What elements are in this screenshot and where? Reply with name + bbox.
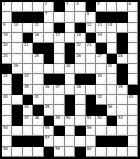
clue-number: 35 [24,85,29,89]
white-cell-r9c11[interactable] [117,95,127,105]
black-cell-r12c7 [75,126,85,136]
white-cell-r11c6[interactable]: 50 [65,116,75,126]
white-cell-r10c12[interactable] [128,105,138,115]
white-cell-r1c5[interactable] [54,12,64,22]
black-cell-r4c9 [96,43,106,53]
clue-number: 58 [3,147,8,151]
black-cell-r13c2 [23,136,33,146]
white-cell-r0c4[interactable]: 2 [44,2,54,12]
clue-number: 19 [97,33,102,37]
black-cell-r3c2 [23,33,33,43]
white-cell-r5c3[interactable]: 25 [33,54,43,64]
white-cell-r5c1[interactable] [12,54,22,64]
clue-number: 60 [87,147,92,151]
white-cell-r5c8[interactable] [86,54,96,64]
white-cell-r3c4[interactable] [44,33,54,43]
clue-number: 8 [87,12,89,16]
white-cell-r8c6[interactable] [65,85,75,95]
clue-number: 17 [55,33,60,37]
crossword-grid: 1234567891011121314151617181920212223242… [0,0,140,159]
white-cell-r14c3[interactable] [33,147,43,157]
black-cell-r7c7 [75,74,85,84]
white-cell-r11c7[interactable] [75,116,85,126]
black-cell-r5c4 [44,54,54,64]
white-cell-r13c12[interactable] [128,136,138,146]
clue-number: 48 [34,116,39,120]
clue-number: 21 [24,43,29,47]
clue-number: 40 [3,95,8,99]
white-cell-r5c9[interactable]: 27 [96,54,106,64]
white-cell-r6c10[interactable]: 31 [107,64,117,74]
white-cell-r3c9[interactable]: 19 [96,33,106,43]
black-cell-r1c10 [107,12,117,22]
white-cell-r3c7[interactable]: 18 [75,33,85,43]
black-cell-r10c9 [96,105,106,115]
black-cell-r6c0 [2,64,12,74]
white-cell-r2c0[interactable]: 9 [2,23,12,33]
white-cell-r5c12[interactable] [128,54,138,64]
clue-number: 25 [34,54,39,58]
white-cell-r2c6[interactable] [65,23,75,33]
white-cell-r2c10[interactable]: 14 [107,23,117,33]
white-cell-r1c0[interactable] [2,12,12,22]
white-cell-r8c2[interactable]: 35 [23,85,33,95]
black-cell-r5c6 [65,54,75,64]
white-cell-r8c11[interactable]: 39 [117,85,127,95]
black-cell-r4c6 [65,43,75,53]
black-cell-r0c8 [86,2,96,12]
clue-number: 28 [118,54,123,58]
white-cell-r12c8[interactable]: 56 [86,126,96,136]
white-cell-r6c12[interactable] [128,64,138,74]
black-cell-r7c5 [54,74,64,84]
clue-number: 24 [3,54,8,58]
black-cell-r3c8 [86,33,96,43]
white-cell-r5c7[interactable]: 26 [75,54,85,64]
white-cell-r13c8[interactable] [86,136,96,146]
black-cell-r1c11 [117,12,127,22]
clue-number: 2 [45,2,47,6]
white-cell-r2c4[interactable] [44,23,54,33]
clue-number: 33 [24,74,29,78]
white-cell-r8c4[interactable]: 36 [44,85,54,95]
black-cell-r13c1 [12,136,22,146]
white-cell-r11c3[interactable]: 48 [33,116,43,126]
white-cell-r8c5[interactable]: 37 [54,85,64,95]
white-cell-r9c4[interactable] [44,95,54,105]
black-cell-r13c10 [107,136,117,146]
black-cell-r1c3 [33,12,43,22]
clue-number: 18 [76,33,81,37]
white-cell-r8c10[interactable] [107,85,117,95]
white-cell-r10c4[interactable]: 45 [44,105,54,115]
black-cell-r3c11 [117,33,127,43]
white-cell-r14c1[interactable] [12,147,22,157]
white-cell-r3c3[interactable]: 16 [33,33,43,43]
black-cell-r6c11 [117,64,127,74]
white-cell-r0c6[interactable]: 3 [65,2,75,12]
white-cell-r0c1[interactable] [12,2,22,12]
clue-number: 47 [24,116,29,120]
clue-number: 10 [13,23,18,27]
white-cell-r0c0[interactable]: 1 [2,2,12,12]
white-cell-r11c0[interactable] [2,116,12,126]
clue-number: 36 [45,85,50,89]
white-cell-r11c5[interactable]: 49 [54,116,64,126]
white-cell-r6c3[interactable] [33,64,43,74]
clue-number: 37 [55,85,60,89]
white-cell-r10c5[interactable] [54,105,64,115]
clue-number: 39 [118,85,123,89]
clue-number: 53 [118,116,123,120]
clue-number: 23 [87,43,92,47]
clue-number: 4 [76,2,78,6]
clue-number: 6 [129,2,131,6]
white-cell-r4c0[interactable]: 20 [2,43,12,53]
black-cell-r9c6 [65,95,75,105]
clue-number: 59 [55,147,60,151]
white-cell-r14c10[interactable] [107,147,117,157]
clue-number: 31 [108,64,113,68]
white-cell-r6c6[interactable]: 30 [65,64,75,74]
clue-number: 29 [13,64,18,68]
white-cell-r1c12[interactable] [128,12,138,22]
black-cell-r4c3 [33,43,43,53]
white-cell-r5c11[interactable]: 28 [117,54,127,64]
black-cell-r9c8 [86,95,96,105]
white-cell-r1c8[interactable]: 8 [86,12,96,22]
clue-number: 13 [97,23,102,27]
clue-number: 45 [45,105,50,109]
clue-number: 1 [3,2,5,6]
clue-number: 41 [34,95,39,99]
clue-number: 55 [45,126,50,130]
clue-number: 32 [3,74,8,78]
clue-number: 56 [87,126,92,130]
white-cell-r4c12[interactable] [128,43,138,53]
black-cell-r13c3 [33,136,43,146]
white-cell-r12c0[interactable]: 54 [2,126,12,136]
white-cell-r2c11[interactable] [117,23,127,33]
white-cell-r12c2[interactable] [23,126,33,136]
white-cell-r9c10[interactable] [107,95,117,105]
white-cell-r8c9[interactable] [96,85,106,95]
white-cell-r9c0[interactable]: 40 [2,95,12,105]
white-cell-r11c9[interactable]: 52 [96,116,106,126]
white-cell-r0c11[interactable] [117,2,127,12]
clue-number: 54 [3,126,8,130]
white-cell-r1c6[interactable] [65,12,75,22]
white-cell-r6c7[interactable] [75,64,85,74]
white-cell-r3c5[interactable]: 17 [54,33,64,43]
clue-number: 11 [34,23,39,27]
clue-number: 15 [3,33,8,37]
white-cell-r7c3[interactable] [33,74,43,84]
black-cell-r7c1 [12,74,22,84]
white-cell-r3c6[interactable] [65,33,75,43]
white-cell-r14c12[interactable] [128,147,138,157]
white-cell-r8c7[interactable]: 38 [75,85,85,95]
white-cell-r0c9[interactable]: 5 [96,2,106,12]
white-cell-r6c1[interactable]: 29 [12,64,22,74]
black-cell-r10c1 [12,105,22,115]
white-cell-r12c4[interactable]: 55 [44,126,54,136]
white-cell-r11c11[interactable]: 53 [117,116,127,126]
white-cell-r3c1[interactable] [12,33,22,43]
white-cell-r3c0[interactable]: 15 [2,33,12,43]
white-cell-r7c10[interactable] [107,74,117,84]
white-cell-r9c7[interactable] [75,95,85,105]
white-cell-r5c5[interactable] [54,54,64,64]
white-cell-r4c2[interactable]: 21 [23,43,33,53]
clue-number: 14 [108,23,113,27]
black-cell-r11c4 [44,116,54,126]
white-cell-r8c8[interactable] [86,85,96,95]
white-cell-r0c10[interactable] [107,2,117,12]
white-cell-r4c10[interactable] [107,43,117,53]
white-cell-r0c12[interactable]: 6 [128,2,138,12]
black-cell-r7c11 [117,74,127,84]
white-cell-r2c9[interactable]: 13 [96,23,106,33]
white-cell-r10c10[interactable]: 46 [107,105,117,115]
white-cell-r0c7[interactable]: 4 [75,2,85,12]
black-cell-r10c3 [33,105,43,115]
black-cell-r7c4 [44,74,54,84]
white-cell-r3c12[interactable] [128,33,138,43]
white-cell-r9c5[interactable] [54,95,64,105]
white-cell-r13c6[interactable] [65,136,75,146]
black-cell-r1c1 [12,12,22,22]
clue-number: 43 [129,95,134,99]
black-cell-r4c4 [44,43,54,53]
black-cell-r10c8 [86,105,96,115]
clue-number: 16 [34,33,39,37]
white-cell-r2c1[interactable]: 10 [12,23,22,33]
white-cell-r5c0[interactable]: 24 [2,54,12,64]
white-cell-r13c0[interactable] [2,136,12,146]
black-cell-r13c9 [96,136,106,146]
black-cell-r2c7 [75,23,85,33]
clue-number: 49 [55,116,60,120]
white-cell-r14c8[interactable]: 60 [86,147,96,157]
white-cell-r9c3[interactable]: 41 [33,95,43,105]
white-cell-r7c9[interactable]: 34 [96,74,106,84]
clue-number: 7 [45,12,47,16]
white-cell-r12c9[interactable] [96,126,106,136]
white-cell-r0c3[interactable] [33,2,43,12]
black-cell-r4c11 [117,43,127,53]
clue-number: 20 [3,43,8,47]
clue-number: 44 [24,105,29,109]
clue-number: 34 [97,74,102,78]
black-cell-r5c10 [107,54,117,64]
clue-number: 9 [3,23,5,27]
white-cell-r2c12[interactable] [128,23,138,33]
black-cell-r0c5 [54,2,64,12]
white-cell-r12c10[interactable] [107,126,117,136]
white-cell-r14c9[interactable] [96,147,106,157]
white-cell-r6c4[interactable] [44,64,54,74]
white-cell-r10c2[interactable]: 44 [23,105,33,115]
white-cell-r4c1[interactable] [12,43,22,53]
white-cell-r9c12[interactable]: 43 [128,95,138,105]
white-cell-r6c5[interactable] [54,64,64,74]
clue-number: 52 [97,116,102,120]
black-cell-r9c2 [23,95,33,105]
clue-number: 46 [108,105,113,109]
white-cell-r10c7[interactable] [75,105,85,115]
clue-number: 30 [66,64,71,68]
clue-number: 22 [76,43,81,47]
white-cell-r8c3[interactable] [33,85,43,95]
white-cell-r6c2[interactable] [23,64,33,74]
white-cell-r2c8[interactable]: 12 [86,23,96,33]
white-cell-r14c6[interactable] [65,147,75,157]
white-cell-r3c10[interactable] [107,33,117,43]
white-cell-r4c8[interactable]: 23 [86,43,96,53]
white-cell-r12c6[interactable] [65,126,75,136]
white-cell-r6c9[interactable] [96,64,106,74]
clue-number: 51 [87,116,92,120]
clue-number: 27 [97,54,102,58]
white-cell-r1c4[interactable]: 7 [44,12,54,22]
white-cell-r8c0[interactable] [2,85,12,95]
white-cell-r12c3[interactable] [33,126,43,136]
black-cell-r12c5 [54,126,64,136]
clue-number: 50 [66,116,71,120]
black-cell-r11c10 [107,116,117,126]
white-cell-r13c5[interactable] [54,136,64,146]
white-cell-r12c11[interactable] [117,126,127,136]
white-cell-r5c2[interactable] [23,54,33,64]
white-cell-r14c0[interactable]: 58 [2,147,12,157]
white-cell-r14c5[interactable]: 59 [54,147,64,157]
black-cell-r8c1 [12,85,22,95]
black-cell-r8c12 [128,85,138,95]
clue-number: 38 [76,85,81,89]
white-cell-r4c7[interactable]: 22 [75,43,85,53]
white-cell-r12c1[interactable] [12,126,22,136]
black-cell-r14c4 [44,147,54,157]
white-cell-r7c6[interactable] [65,74,75,84]
white-cell-r11c12[interactable] [128,116,138,126]
clue-number: 12 [87,23,92,27]
clue-number: 26 [76,54,81,58]
white-cell-r12c12[interactable] [128,126,138,136]
black-cell-r13c11 [117,136,127,146]
white-cell-r9c9[interactable]: 42 [96,95,106,105]
white-cell-r10c0[interactable] [2,105,12,115]
black-cell-r1c9 [96,12,106,22]
white-cell-r7c2[interactable]: 33 [23,74,33,84]
white-cell-r0c2[interactable] [23,2,33,12]
black-cell-r14c7 [75,147,85,157]
white-cell-r7c12[interactable] [128,74,138,84]
white-cell-r4c5[interactable] [54,43,64,53]
clue-number: 5 [97,2,99,6]
white-cell-r1c7[interactable] [75,12,85,22]
white-cell-r9c1[interactable] [12,95,22,105]
white-cell-r10c11[interactable] [117,105,127,115]
black-cell-r7c8 [86,74,96,84]
black-cell-r11c1 [12,116,22,126]
clue-number: 42 [97,95,102,99]
white-cell-r7c0[interactable]: 32 [2,74,12,84]
black-cell-r2c5 [54,23,64,33]
white-cell-r14c11[interactable] [117,147,127,157]
white-cell-r13c7[interactable] [75,136,85,146]
white-cell-r2c2[interactable] [23,23,33,33]
black-cell-r1c2 [23,12,33,22]
white-cell-r14c2[interactable] [23,147,33,157]
black-cell-r10c6 [65,105,75,115]
white-cell-r11c8[interactable]: 51 [86,116,96,126]
white-cell-r13c4[interactable]: 57 [44,136,54,146]
white-cell-r11c2[interactable]: 47 [23,116,33,126]
white-cell-r6c8[interactable] [86,64,96,74]
clue-number: 3 [66,2,68,6]
white-cell-r2c3[interactable]: 11 [33,23,43,33]
clue-number: 57 [45,136,50,140]
